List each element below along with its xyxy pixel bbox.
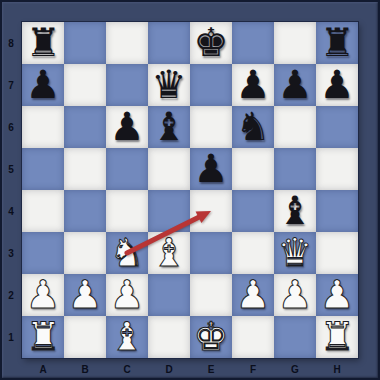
rank-label-7: 7	[0, 64, 22, 106]
white-knight[interactable]: ♞	[110, 233, 145, 272]
square-c6[interactable]: ♟	[106, 106, 148, 148]
square-d4[interactable]	[148, 190, 190, 232]
square-h2[interactable]: ♟	[316, 274, 358, 316]
file-label-b: B	[64, 358, 106, 380]
square-f6[interactable]: ♞	[232, 106, 274, 148]
square-e6[interactable]	[190, 106, 232, 148]
square-g4[interactable]: ♝	[274, 190, 316, 232]
chess-board: ♜♚♜♟♛♟♟♟♟♝♞♟♝♞♝♛♟♟♟♟♟♟♜♝♚♜	[22, 22, 358, 358]
black-pawn[interactable]: ♟	[236, 65, 271, 104]
square-a6[interactable]	[22, 106, 64, 148]
square-e7[interactable]	[190, 64, 232, 106]
square-a7[interactable]: ♟	[22, 64, 64, 106]
square-c2[interactable]: ♟	[106, 274, 148, 316]
square-g5[interactable]	[274, 148, 316, 190]
white-pawn[interactable]: ♟	[278, 275, 313, 314]
square-g6[interactable]	[274, 106, 316, 148]
square-g3[interactable]: ♛	[274, 232, 316, 274]
square-c1[interactable]: ♝	[106, 316, 148, 358]
square-a8[interactable]: ♜	[22, 22, 64, 64]
square-f1[interactable]	[232, 316, 274, 358]
black-pawn[interactable]: ♟	[110, 107, 145, 146]
rank-label-5: 5	[0, 148, 22, 190]
white-pawn[interactable]: ♟	[68, 275, 103, 314]
square-e5[interactable]: ♟	[190, 148, 232, 190]
black-rook[interactable]: ♜	[26, 23, 61, 62]
square-e8[interactable]: ♚	[190, 22, 232, 64]
file-label-c: C	[106, 358, 148, 380]
rank-label-8: 8	[0, 22, 22, 64]
square-h1[interactable]: ♜	[316, 316, 358, 358]
black-pawn[interactable]: ♟	[194, 149, 229, 188]
square-e3[interactable]	[190, 232, 232, 274]
white-pawn[interactable]: ♟	[26, 275, 61, 314]
square-a2[interactable]: ♟	[22, 274, 64, 316]
square-d2[interactable]	[148, 274, 190, 316]
square-h3[interactable]	[316, 232, 358, 274]
rank-label-2: 2	[0, 274, 22, 316]
white-pawn[interactable]: ♟	[110, 275, 145, 314]
file-label-e: E	[190, 358, 232, 380]
square-d1[interactable]	[148, 316, 190, 358]
square-a5[interactable]	[22, 148, 64, 190]
white-king[interactable]: ♚	[194, 317, 229, 356]
square-h7[interactable]: ♟	[316, 64, 358, 106]
black-pawn[interactable]: ♟	[278, 65, 313, 104]
file-label-g: G	[274, 358, 316, 380]
square-h8[interactable]: ♜	[316, 22, 358, 64]
square-d3[interactable]: ♝	[148, 232, 190, 274]
rank-label-3: 3	[0, 232, 22, 274]
square-c8[interactable]	[106, 22, 148, 64]
square-f2[interactable]: ♟	[232, 274, 274, 316]
rank-label-4: 4	[0, 190, 22, 232]
rank-labels: 8 7 6 5 4 3 2 1	[0, 22, 22, 358]
square-b5[interactable]	[64, 148, 106, 190]
square-c5[interactable]	[106, 148, 148, 190]
file-labels: A B C D E F G H	[22, 358, 358, 380]
square-d8[interactable]	[148, 22, 190, 64]
square-b7[interactable]	[64, 64, 106, 106]
square-g2[interactable]: ♟	[274, 274, 316, 316]
square-b6[interactable]	[64, 106, 106, 148]
black-pawn[interactable]: ♟	[26, 65, 61, 104]
square-g7[interactable]: ♟	[274, 64, 316, 106]
square-c7[interactable]	[106, 64, 148, 106]
black-bishop[interactable]: ♝	[278, 191, 313, 230]
square-h4[interactable]	[316, 190, 358, 232]
square-f5[interactable]	[232, 148, 274, 190]
square-b2[interactable]: ♟	[64, 274, 106, 316]
white-bishop[interactable]: ♝	[152, 233, 187, 272]
square-e1[interactable]: ♚	[190, 316, 232, 358]
square-a1[interactable]: ♜	[22, 316, 64, 358]
file-label-h: H	[316, 358, 358, 380]
square-d7[interactable]: ♛	[148, 64, 190, 106]
square-e2[interactable]	[190, 274, 232, 316]
rank-label-1: 1	[0, 316, 22, 358]
black-rook[interactable]: ♜	[320, 23, 355, 62]
square-c4[interactable]	[106, 190, 148, 232]
square-f4[interactable]	[232, 190, 274, 232]
square-b1[interactable]	[64, 316, 106, 358]
square-g1[interactable]	[274, 316, 316, 358]
white-rook[interactable]: ♜	[26, 317, 61, 356]
white-pawn[interactable]: ♟	[320, 275, 355, 314]
square-f7[interactable]: ♟	[232, 64, 274, 106]
square-a3[interactable]	[22, 232, 64, 274]
square-b3[interactable]	[64, 232, 106, 274]
black-king[interactable]: ♚	[194, 23, 229, 62]
black-pawn[interactable]: ♟	[320, 65, 355, 104]
white-pawn[interactable]: ♟	[236, 275, 271, 314]
square-b8[interactable]	[64, 22, 106, 64]
chessboard-frame: ♜♚♜♟♛♟♟♟♟♝♞♟♝♞♝♛♟♟♟♟♟♟♜♝♚♜ 8 7 6 5 4 3 2…	[0, 0, 380, 380]
square-f3[interactable]	[232, 232, 274, 274]
black-knight[interactable]: ♞	[236, 107, 271, 146]
rank-label-6: 6	[0, 106, 22, 148]
file-label-f: F	[232, 358, 274, 380]
square-h6[interactable]	[316, 106, 358, 148]
square-a4[interactable]	[22, 190, 64, 232]
square-b4[interactable]	[64, 190, 106, 232]
square-g8[interactable]	[274, 22, 316, 64]
white-queen[interactable]: ♛	[278, 233, 313, 272]
file-label-d: D	[148, 358, 190, 380]
square-f8[interactable]	[232, 22, 274, 64]
square-e4[interactable]	[190, 190, 232, 232]
square-c3[interactable]: ♞	[106, 232, 148, 274]
square-d5[interactable]	[148, 148, 190, 190]
white-rook[interactable]: ♜	[320, 317, 355, 356]
square-d6[interactable]: ♝	[148, 106, 190, 148]
square-h5[interactable]	[316, 148, 358, 190]
file-label-a: A	[22, 358, 64, 380]
black-bishop[interactable]: ♝	[152, 107, 187, 146]
white-bishop[interactable]: ♝	[110, 317, 145, 356]
black-queen[interactable]: ♛	[152, 65, 187, 104]
